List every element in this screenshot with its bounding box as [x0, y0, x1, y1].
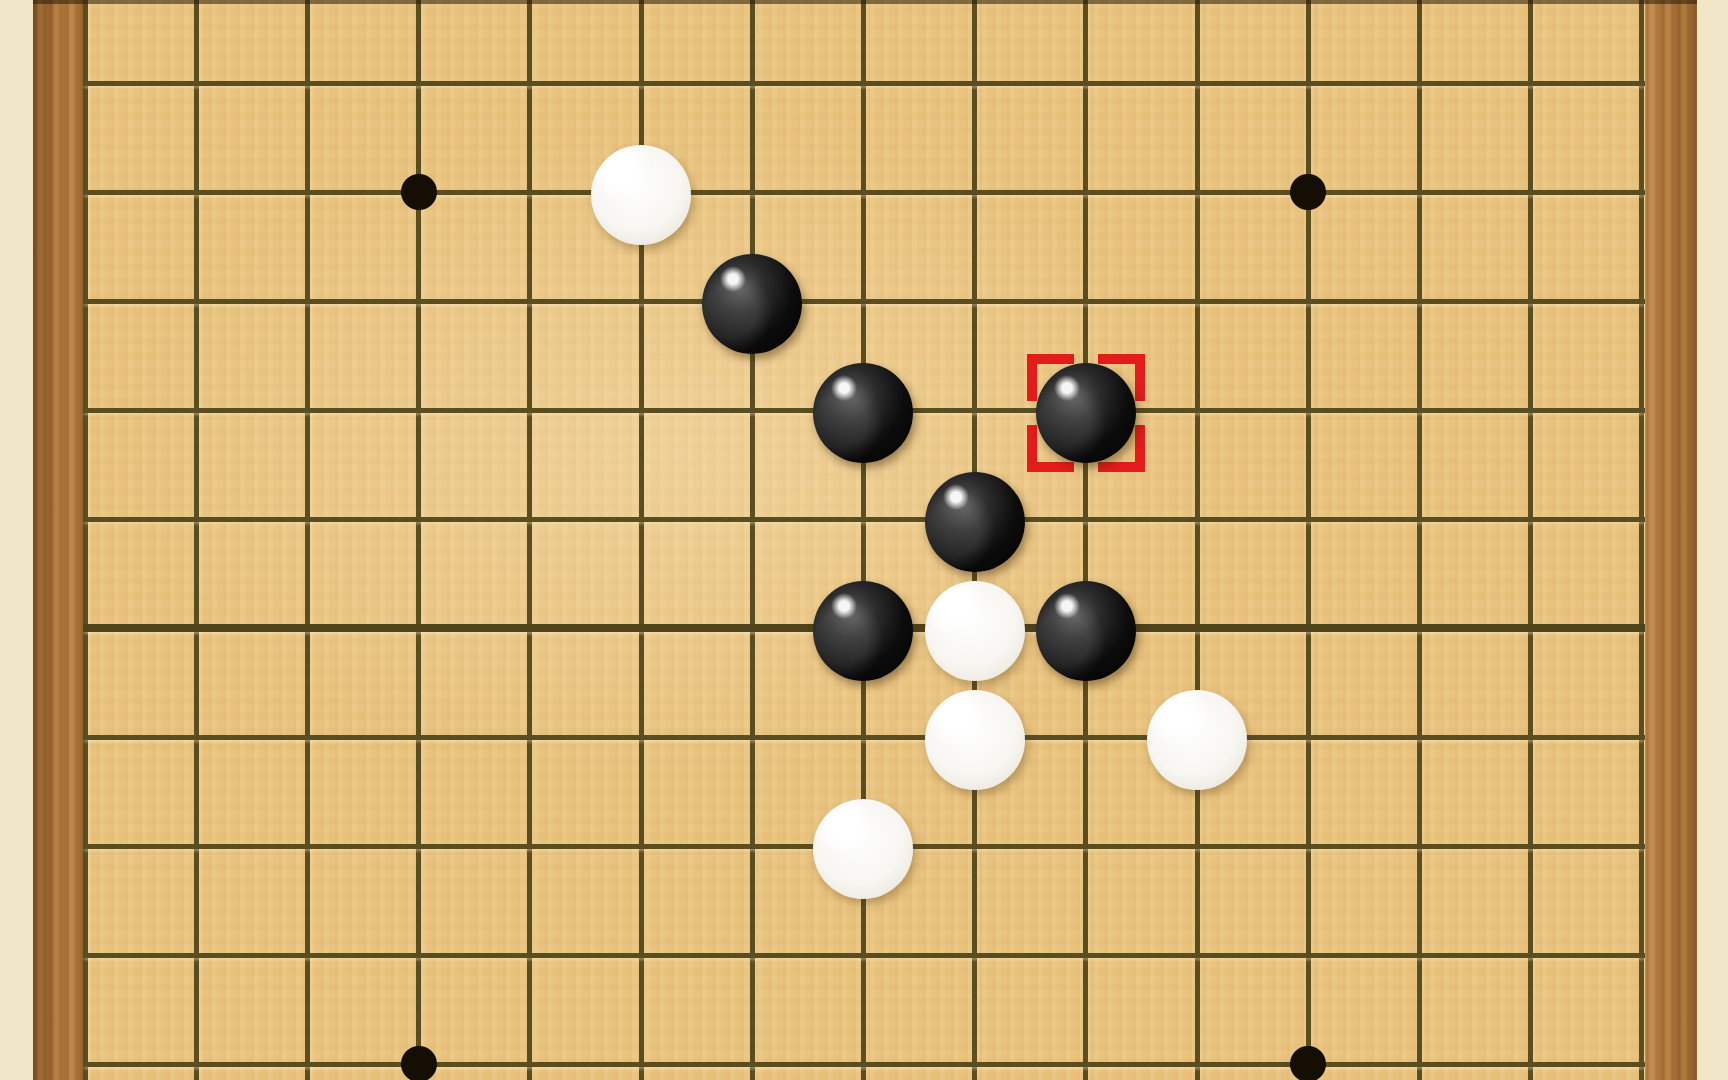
grid-line-vertical: [527, 0, 532, 1080]
white-stone: [813, 799, 913, 899]
grid-line-horizontal: [83, 190, 1645, 195]
white-stone: [591, 145, 691, 245]
black-stone: [1036, 581, 1136, 681]
white-stone: [925, 581, 1025, 681]
grid-line-horizontal: [83, 517, 1645, 522]
app-screen: [0, 0, 1728, 1080]
black-stone: [813, 363, 913, 463]
board-grid-surface[interactable]: [83, 0, 1645, 1080]
goban-board[interactable]: [33, 0, 1697, 1080]
grid-line-vertical: [194, 0, 199, 1080]
grid-line-horizontal: [83, 953, 1645, 958]
grid-line-vertical: [305, 0, 310, 1080]
grid-line-horizontal: [83, 81, 1645, 86]
star-point: [401, 1046, 437, 1080]
board-right-rail: [1645, 0, 1697, 1080]
grid-line-vertical: [83, 0, 88, 1080]
grid-line-vertical: [861, 0, 866, 1080]
grid-line-horizontal: [83, 735, 1645, 740]
grid-line-vertical: [750, 0, 755, 1080]
grid-line-horizontal: [83, 299, 1645, 304]
star-point: [1290, 174, 1326, 210]
grid-line-vertical: [1417, 0, 1422, 1080]
board-left-rail: [33, 0, 83, 1080]
grid-line-vertical: [1195, 0, 1200, 1080]
black-stone: [813, 581, 913, 681]
grid-line-vertical: [1306, 0, 1311, 1080]
star-point: [401, 174, 437, 210]
black-stone: [925, 472, 1025, 572]
black-stone: [1036, 363, 1136, 463]
white-stone: [1147, 690, 1247, 790]
grid-line-vertical: [1083, 0, 1088, 1080]
grid-line-horizontal: [83, 1062, 1645, 1067]
grid-line-vertical: [1528, 0, 1533, 1080]
white-stone: [925, 690, 1025, 790]
grid-line-vertical: [416, 0, 421, 1080]
star-point: [1290, 1046, 1326, 1080]
black-stone: [702, 254, 802, 354]
grid-line-vertical: [1639, 0, 1644, 1080]
